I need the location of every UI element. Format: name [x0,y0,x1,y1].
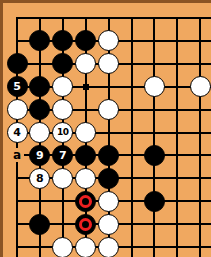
stone-white [75,237,96,257]
stone-white: 4 [7,122,28,143]
stone-black [144,145,165,166]
move-number: 4 [13,127,21,138]
stone-white [52,237,73,257]
stone-black [144,191,165,212]
stone-white: 10 [52,122,73,143]
stone-black [7,53,28,74]
grid-line-vertical [176,17,178,257]
stone-white [7,99,28,120]
stone-white [75,53,96,74]
stone-black [52,30,73,51]
point-label: a [10,148,24,162]
stone-white [52,99,73,120]
stone-white [98,99,119,120]
stone-black: 7 [52,145,73,166]
circle-mark-icon [79,195,92,208]
stone-white [75,168,96,189]
stone-white: 8 [29,168,50,189]
grid-line-vertical [153,17,155,257]
stone-white [98,191,119,212]
grid-line-horizontal [16,17,211,19]
move-number: 10 [57,128,69,137]
stone-white [190,76,211,97]
stone-black [75,30,96,51]
stone-white [98,53,119,74]
hoshi-point [83,84,89,90]
stone-black [75,145,96,166]
stone-black [29,76,50,97]
stone-white [98,214,119,235]
move-number: 9 [36,150,44,161]
stone-black [75,214,96,235]
stone-white [75,122,96,143]
grid-line-vertical [199,17,201,257]
go-board-diagram: 5410978a [0,0,211,257]
stone-black: 9 [29,145,50,166]
stone-white [144,76,165,97]
stone-black [98,145,119,166]
circle-mark-icon [79,218,92,231]
stone-black [29,214,50,235]
stone-white [98,30,119,51]
stone-black: 5 [7,76,28,97]
grid-line-vertical [131,17,133,257]
stone-white [98,237,119,257]
move-number: 8 [36,173,44,184]
stone-white [52,168,73,189]
stone-black [29,99,50,120]
stone-black [75,191,96,212]
stone-black [98,168,119,189]
move-number: 7 [59,150,67,161]
move-number: 5 [13,81,21,92]
stone-white [52,76,73,97]
stone-black [29,30,50,51]
stone-black [52,53,73,74]
stone-white [29,122,50,143]
